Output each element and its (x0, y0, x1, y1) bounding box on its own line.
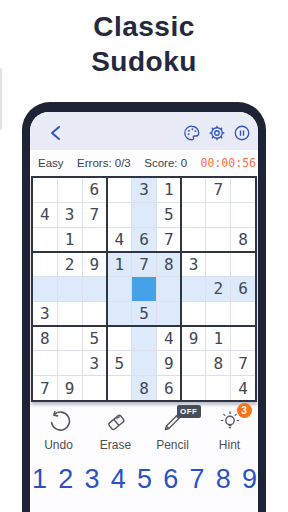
cell-r5c5[interactable] (132, 277, 156, 301)
cell-r6c1[interactable]: 3 (33, 302, 57, 326)
eraser-icon (104, 410, 128, 434)
box-divider (33, 251, 255, 253)
cell-r6c7[interactable] (182, 302, 206, 326)
cell-r2c3[interactable]: 7 (83, 203, 107, 227)
cell-r8c9[interactable]: 7 (231, 351, 255, 375)
hint-label: Hint (219, 438, 240, 452)
edge-decoration (0, 68, 2, 130)
cell-r9c2[interactable]: 9 (58, 376, 82, 400)
cell-r6c2[interactable] (58, 302, 82, 326)
cell-r9c9[interactable]: 4 (231, 376, 255, 400)
cell-r3c2[interactable]: 1 (58, 228, 82, 252)
cell-r7c4[interactable] (107, 327, 131, 351)
difficulty-label[interactable]: Easy (38, 157, 64, 169)
phone-mockup: Easy Errors: 0/3 Score: 0 00:00:56 63174… (22, 102, 266, 512)
cell-r3c4[interactable]: 4 (107, 228, 131, 252)
pause-icon (233, 124, 251, 142)
num-button-6[interactable]: 6 (163, 462, 178, 496)
cell-r9c5[interactable]: 8 (132, 376, 156, 400)
box-divider (180, 178, 182, 400)
cell-r2c8[interactable] (206, 203, 230, 227)
cell-r6c5[interactable]: 5 (132, 302, 156, 326)
num-button-3[interactable]: 3 (84, 462, 99, 496)
erase-button[interactable]: Erase (87, 409, 144, 452)
cell-r5c2[interactable] (58, 277, 82, 301)
cell-r3c3[interactable] (83, 228, 107, 252)
box-divider (33, 325, 255, 327)
undo-button[interactable]: Undo (30, 409, 87, 452)
app-title-line1: Classic (0, 9, 288, 44)
chevron-left-icon (49, 125, 62, 141)
cell-r3c6[interactable]: 7 (157, 228, 181, 252)
cell-r4c8[interactable] (206, 252, 230, 276)
undo-label: Undo (44, 438, 73, 452)
cell-r5c9[interactable]: 6 (231, 277, 255, 301)
num-button-1[interactable]: 1 (32, 462, 47, 496)
num-button-2[interactable]: 2 (58, 462, 73, 496)
cell-r5c7[interactable] (182, 277, 206, 301)
cell-r4c6[interactable]: 8 (157, 252, 181, 276)
timer-value: 00:00:56 (201, 156, 256, 170)
back-button[interactable] (45, 123, 65, 143)
cell-r9c7[interactable] (182, 376, 206, 400)
cell-r8c2[interactable] (58, 351, 82, 375)
cell-r8c3[interactable]: 3 (83, 351, 107, 375)
cell-r2c7[interactable] (182, 203, 206, 227)
cell-r7c6[interactable]: 4 (157, 327, 181, 351)
cell-r8c4[interactable]: 5 (107, 351, 131, 375)
cell-r7c1[interactable]: 8 (33, 327, 57, 351)
cell-r8c5[interactable] (132, 351, 156, 375)
cell-r7c9[interactable] (231, 327, 255, 351)
num-button-8[interactable]: 8 (216, 462, 231, 496)
erase-label: Erase (100, 438, 131, 452)
cell-r1c7[interactable] (182, 178, 206, 202)
cell-r7c5[interactable] (132, 327, 156, 351)
cell-r3c9[interactable]: 8 (231, 228, 255, 252)
cell-r9c6[interactable]: 6 (157, 376, 181, 400)
cell-r6c6[interactable] (157, 302, 181, 326)
cell-r1c5[interactable]: 3 (132, 178, 156, 202)
cell-r9c1[interactable]: 7 (33, 376, 57, 400)
cell-r1c8[interactable]: 7 (206, 178, 230, 202)
cell-r3c8[interactable] (206, 228, 230, 252)
theme-button[interactable] (182, 123, 202, 143)
pencil-off-badge: OFF (177, 405, 201, 418)
cell-r7c8[interactable]: 1 (206, 327, 230, 351)
cell-r1c6[interactable]: 1 (157, 178, 181, 202)
undo-icon (47, 410, 71, 434)
cell-r7c3[interactable]: 5 (83, 327, 107, 351)
cell-r1c4[interactable] (107, 178, 131, 202)
cell-r8c8[interactable]: 8 (206, 351, 230, 375)
cell-r1c1[interactable] (33, 178, 57, 202)
cell-r4c2[interactable]: 2 (58, 252, 82, 276)
top-bar (30, 112, 258, 150)
cell-r9c8[interactable] (206, 376, 230, 400)
cell-r1c9[interactable] (231, 178, 255, 202)
settings-button[interactable] (207, 123, 227, 143)
palette-icon (183, 124, 201, 142)
cell-r4c4[interactable]: 1 (107, 252, 131, 276)
pencil-label: Pencil (156, 438, 189, 452)
pencil-button[interactable]: OFF Pencil (144, 409, 201, 452)
pause-button[interactable] (232, 123, 252, 143)
box-divider (106, 178, 108, 400)
sudoku-cells: 63174375146782917832635854913598779864 (33, 178, 255, 400)
num-button-4[interactable]: 4 (111, 462, 126, 496)
cell-r7c7[interactable]: 9 (182, 327, 206, 351)
cell-r6c4[interactable] (107, 302, 131, 326)
cell-r8c7[interactable] (182, 351, 206, 375)
cell-r2c5[interactable] (132, 203, 156, 227)
sudoku-board: 63174375146782917832635854913598779864 (31, 176, 257, 402)
cell-r5c1[interactable] (33, 277, 57, 301)
errors-label: Errors: 0/3 (77, 157, 131, 169)
phone-screen: Easy Errors: 0/3 Score: 0 00:00:56 63174… (30, 112, 258, 512)
cell-r4c5[interactable]: 7 (132, 252, 156, 276)
cell-r4c7[interactable]: 3 (182, 252, 206, 276)
cell-r5c8[interactable]: 2 (206, 277, 230, 301)
app-title-line2: Sudoku (0, 44, 288, 79)
cell-r5c4[interactable] (107, 277, 131, 301)
cell-r4c1[interactable] (33, 252, 57, 276)
cell-r1c3[interactable]: 6 (83, 178, 107, 202)
num-button-7[interactable]: 7 (189, 462, 204, 496)
cell-r9c4[interactable] (107, 376, 131, 400)
status-bar: Easy Errors: 0/3 Score: 0 00:00:56 (30, 156, 258, 170)
toolbar: Undo Erase (30, 409, 258, 452)
num-button-5[interactable]: 5 (137, 462, 152, 496)
cell-r5c6[interactable] (157, 277, 181, 301)
cell-r5c3[interactable] (83, 277, 107, 301)
hint-count-badge: 3 (237, 403, 252, 418)
cell-r6c8[interactable] (206, 302, 230, 326)
cell-r2c6[interactable]: 5 (157, 203, 181, 227)
cell-r9c3[interactable] (83, 376, 107, 400)
cell-r4c3[interactable]: 9 (83, 252, 107, 276)
cell-r7c2[interactable] (58, 327, 82, 351)
cell-r2c1[interactable]: 4 (33, 203, 57, 227)
cell-r6c9[interactable] (231, 302, 255, 326)
cell-r2c4[interactable] (107, 203, 131, 227)
score-label: Score: 0 (144, 157, 187, 169)
cell-r2c9[interactable] (231, 203, 255, 227)
cell-r6c3[interactable] (83, 302, 107, 326)
cell-r2c2[interactable]: 3 (58, 203, 82, 227)
cell-r3c5[interactable]: 6 (132, 228, 156, 252)
hint-button[interactable]: 3 Hint (201, 409, 258, 452)
gear-icon (208, 124, 226, 142)
cell-r4c9[interactable] (231, 252, 255, 276)
number-pad: 1 2 3 4 5 6 7 8 9 (30, 462, 258, 496)
app-title: Classic Sudoku (0, 9, 288, 79)
cell-r8c6[interactable]: 9 (157, 351, 181, 375)
cell-r8c1[interactable] (33, 351, 57, 375)
num-button-9[interactable]: 9 (242, 462, 257, 496)
cell-r1c2[interactable] (58, 178, 82, 202)
cell-r3c1[interactable] (33, 228, 57, 252)
cell-r3c7[interactable] (182, 228, 206, 252)
